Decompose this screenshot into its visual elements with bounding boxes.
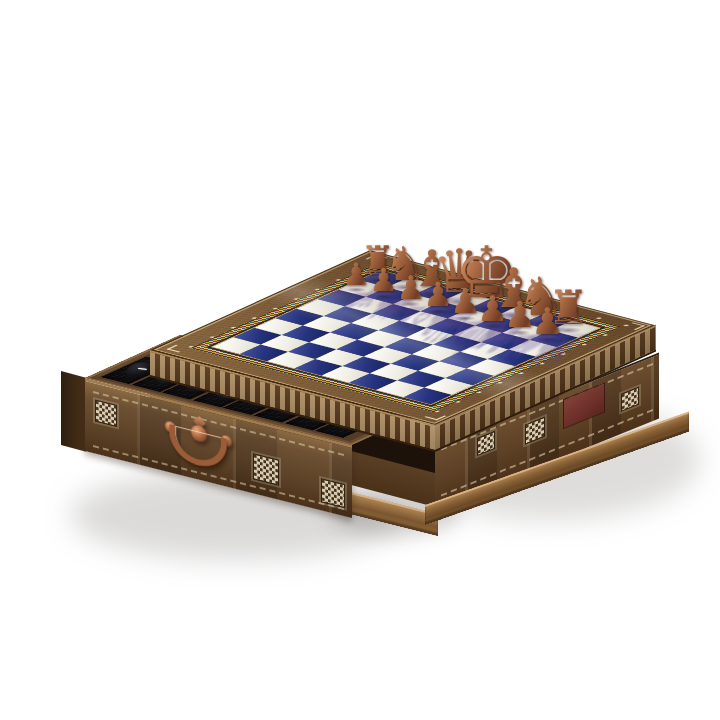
handle-bail[interactable] xyxy=(169,424,227,473)
corner-meander-icon xyxy=(166,345,188,353)
corner-meander-icon xyxy=(623,322,645,330)
corner-meander-icon xyxy=(365,255,387,263)
product-photo-chess-set: ♜♜♞♞♝♝♛♛♚♚♝♝♞♞♜♜♟♟♟♟♟♟♟♟♟♟♟♟♟♟♟♟ xyxy=(0,0,720,720)
drawer-left-end xyxy=(61,371,86,452)
checker-inlay-motif xyxy=(525,417,545,445)
checker-inlay-motif xyxy=(621,387,639,412)
checker-inlay-motif xyxy=(253,453,279,486)
checker-inlay-motif xyxy=(95,400,117,428)
corner-meander-icon xyxy=(424,413,446,421)
